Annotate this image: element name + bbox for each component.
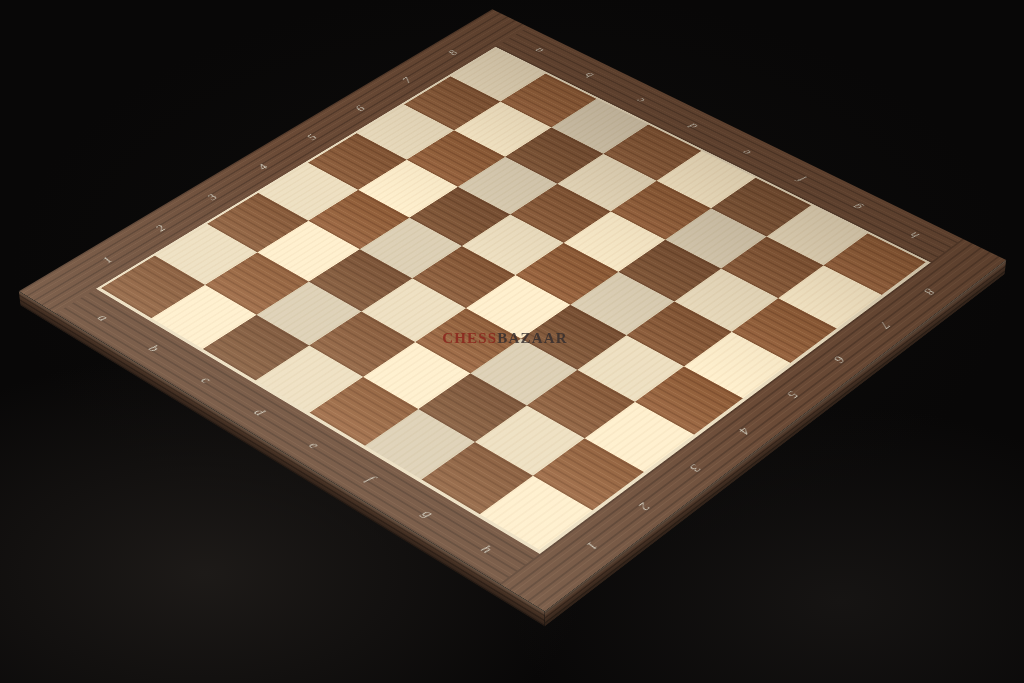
coord-file-bottom-a: a (95, 313, 111, 323)
board-surface: aa88bb77cc66dd55ee44ff33gg22hh11 (19, 9, 1006, 611)
square-g1[interactable] (422, 442, 533, 514)
coord-rank-right-3: 3 (686, 462, 704, 473)
board-grid (101, 49, 926, 550)
coord-file-bottom-b: b (146, 343, 163, 353)
square-b1[interactable] (151, 285, 256, 349)
square-e1[interactable] (310, 377, 419, 446)
square-h1[interactable] (480, 476, 593, 550)
square-f5[interactable] (570, 272, 674, 335)
square-g6[interactable] (674, 269, 778, 332)
square-f1[interactable] (365, 409, 475, 479)
square-h6[interactable] (732, 298, 837, 363)
square-h3[interactable] (585, 402, 694, 472)
square-d2[interactable] (309, 311, 415, 376)
coord-rank-right-5: 5 (783, 389, 800, 399)
coord-rank-right-2: 2 (635, 500, 653, 511)
square-f2[interactable] (418, 373, 526, 442)
playing-field (96, 47, 931, 554)
coord-rank-right-4: 4 (735, 425, 752, 436)
frame-edge-rank1 (19, 267, 585, 612)
square-g3[interactable] (527, 370, 635, 438)
square-f4[interactable] (521, 305, 626, 370)
square-d3[interactable] (361, 278, 466, 342)
coord-file-bottom-g: g (419, 508, 436, 520)
square-e4[interactable] (466, 275, 570, 339)
frame-edge-hfile (500, 239, 1007, 612)
square-c2[interactable] (257, 282, 362, 346)
coord-file-bottom-h: h (478, 543, 495, 555)
coord-file-bottom-d: d (251, 407, 268, 418)
chessboard-3d: aa88bb77cc66dd55ee44ff33gg22hh11 (19, 9, 1006, 611)
square-e3[interactable] (415, 308, 521, 373)
square-e2[interactable] (363, 342, 470, 409)
coord-rank-right-1: 1 (582, 540, 600, 551)
coord-rank-right-8: 8 (920, 286, 937, 296)
coord-file-bottom-c: c (198, 375, 214, 385)
square-h4[interactable] (635, 366, 743, 434)
square-f3[interactable] (470, 339, 577, 406)
square-h2[interactable] (533, 438, 644, 510)
coord-file-bottom-e: e (306, 440, 322, 451)
square-g4[interactable] (577, 335, 684, 402)
square-g2[interactable] (475, 405, 585, 475)
coord-rank-right-7: 7 (876, 320, 893, 330)
square-c1[interactable] (203, 315, 309, 381)
coord-rank-right-6: 6 (830, 354, 847, 364)
photo-background: { "game": "chess", "position": "8/8/8/8/… (0, 0, 1024, 683)
square-d1[interactable] (256, 345, 364, 412)
coord-file-bottom-f: f (363, 474, 377, 484)
square-g5[interactable] (626, 301, 731, 366)
square-h5[interactable] (684, 332, 790, 398)
